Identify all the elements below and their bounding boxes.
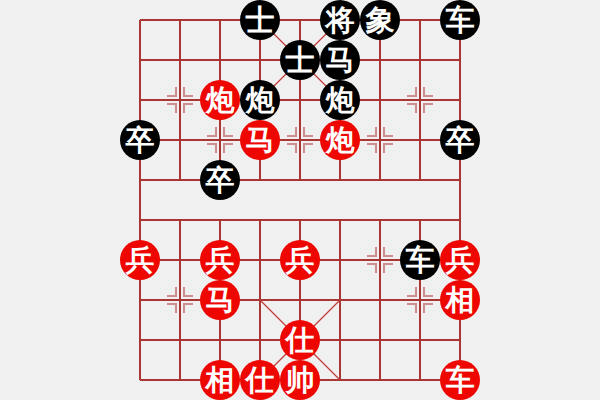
piece-red-horse[interactable]: 马 (200, 280, 240, 320)
piece-red-soldier[interactable]: 兵 (280, 240, 320, 280)
piece-black-advisor[interactable]: 士 (240, 0, 280, 40)
piece-black-general[interactable]: 将 (320, 0, 360, 40)
piece-red-general[interactable]: 帅 (280, 360, 320, 400)
piece-red-elephant[interactable]: 相 (440, 280, 480, 320)
piece-black-advisor[interactable]: 士 (280, 40, 320, 80)
piece-black-chariot[interactable]: 车 (400, 240, 440, 280)
piece-red-chariot[interactable]: 车 (440, 360, 480, 400)
pieces-grid: 士将象车士马炮炮炮卒马炮卒卒兵兵兵车兵马相仕相仕帅车 (120, 0, 480, 400)
piece-black-horse[interactable]: 马 (320, 40, 360, 80)
piece-black-chariot[interactable]: 车 (440, 0, 480, 40)
piece-red-advisor[interactable]: 仕 (240, 360, 280, 400)
piece-red-horse[interactable]: 马 (240, 120, 280, 160)
piece-red-advisor[interactable]: 仕 (280, 320, 320, 360)
piece-black-soldier[interactable]: 卒 (440, 120, 480, 160)
piece-black-cannon[interactable]: 炮 (240, 80, 280, 120)
xiangqi-app-window: 士将象车士马炮炮炮卒马炮卒卒兵兵兵车兵马相仕相仕帅车 (0, 0, 600, 400)
piece-red-soldier[interactable]: 兵 (120, 240, 160, 280)
piece-black-soldier[interactable]: 卒 (200, 160, 240, 200)
piece-red-cannon[interactable]: 炮 (320, 120, 360, 160)
piece-black-soldier[interactable]: 卒 (120, 120, 160, 160)
piece-red-soldier[interactable]: 兵 (440, 240, 480, 280)
piece-red-elephant[interactable]: 相 (200, 360, 240, 400)
piece-black-elephant[interactable]: 象 (360, 0, 400, 40)
piece-red-soldier[interactable]: 兵 (200, 240, 240, 280)
piece-black-cannon[interactable]: 炮 (320, 80, 360, 120)
piece-red-cannon[interactable]: 炮 (200, 80, 240, 120)
